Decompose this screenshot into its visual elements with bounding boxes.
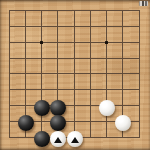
window-control-fragment-icon[interactable] — [139, 1, 148, 6]
star-point — [105, 41, 108, 44]
go-app-window — [0, 0, 150, 150]
grid-line-horizontal — [9, 26, 140, 27]
grid-line-vertical — [9, 11, 10, 139]
triangle-mark-icon — [71, 137, 79, 143]
grid-line-vertical — [41, 11, 42, 139]
grid-line-horizontal — [9, 73, 140, 74]
grid-line-horizontal — [9, 42, 140, 43]
grid-line-horizontal — [9, 89, 140, 90]
grid-line-horizontal — [9, 58, 140, 59]
black-stone — [50, 115, 66, 131]
grid-line-vertical — [90, 11, 91, 139]
black-stone — [34, 100, 50, 116]
white-stone — [50, 131, 66, 147]
star-point — [40, 41, 43, 44]
triangle-mark-icon — [54, 137, 62, 143]
grid-line-vertical — [74, 11, 75, 139]
grid-line-vertical — [106, 11, 107, 139]
white-stone — [115, 115, 131, 131]
grid-line-horizontal — [9, 10, 140, 11]
black-stone — [34, 131, 50, 147]
white-stone — [67, 131, 83, 147]
grid-line-vertical — [139, 11, 140, 139]
grid-line-horizontal — [9, 105, 140, 106]
black-stone — [18, 115, 34, 131]
black-stone — [50, 100, 66, 116]
go-board[interactable] — [0, 0, 150, 150]
white-stone — [99, 100, 115, 116]
